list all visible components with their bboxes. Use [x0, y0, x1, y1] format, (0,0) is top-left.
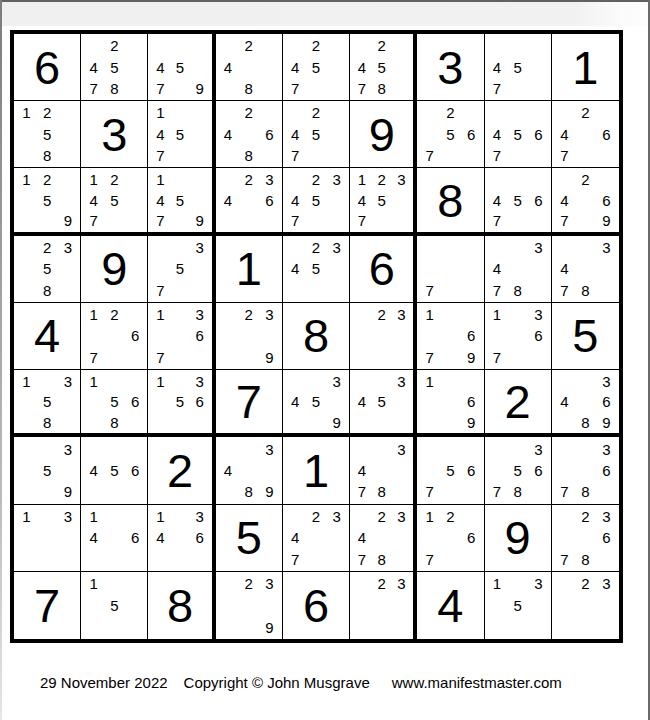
cell-r5c5[interactable]: 8 [283, 303, 350, 370]
candidate-digit: 5 [507, 56, 528, 77]
empty-candidate-slot [575, 237, 596, 258]
empty-candidate-slot [507, 237, 528, 258]
candidate-digit: 6 [190, 325, 210, 346]
candidate-digit: 7 [554, 481, 575, 502]
empty-candidate-slot [392, 412, 412, 432]
candidate-digit: 6 [528, 124, 549, 145]
candidate-digit: 7 [83, 78, 104, 99]
candidate-digit: 1 [419, 506, 440, 527]
candidate-grid: 23 [554, 573, 617, 638]
cell-r9c5[interactable]: 6 [283, 572, 350, 639]
empty-candidate-slot [218, 304, 239, 325]
candidate-digit: 3 [259, 169, 280, 189]
empty-candidate-slot [238, 460, 259, 481]
candidate-digit: 4 [285, 124, 306, 145]
empty-candidate-slot [554, 506, 575, 527]
candidate-grid: 239 [218, 573, 280, 638]
big-digit: 2 [505, 378, 531, 425]
candidate-digit: 4 [150, 190, 170, 210]
cell-r6c9[interactable]: 34689 [552, 370, 619, 437]
empty-candidate-slot [306, 210, 327, 230]
empty-candidate-slot [259, 35, 280, 56]
candidate-digit: 1 [83, 169, 104, 189]
empty-candidate-slot [372, 371, 392, 391]
candidate-digit: 8 [238, 78, 259, 99]
candidate-digit: 3 [392, 169, 412, 189]
empty-candidate-slot [104, 481, 125, 502]
empty-candidate-slot [259, 145, 280, 166]
candidate-grid: 23678 [554, 506, 617, 570]
cell-r2c6[interactable]: 9 [350, 101, 417, 168]
candidate-grid: 1267 [83, 304, 145, 368]
candidate-digit: 7 [352, 548, 372, 569]
empty-candidate-slot [507, 258, 528, 279]
empty-candidate-slot [487, 325, 508, 346]
candidate-digit: 9 [259, 347, 280, 368]
candidate-digit: 2 [372, 169, 392, 189]
cell-r3c7[interactable]: 8 [417, 168, 484, 235]
empty-candidate-slot [306, 78, 327, 99]
candidate-digit: 2 [238, 35, 259, 56]
candidate-digit: 6 [528, 460, 549, 481]
empty-candidate-slot [259, 460, 280, 481]
cell-r7c2[interactable]: 456 [81, 437, 148, 504]
empty-candidate-slot [461, 304, 482, 325]
empty-candidate-slot [238, 56, 259, 77]
empty-candidate-slot [285, 35, 306, 56]
empty-candidate-slot [575, 210, 596, 230]
candidate-digit: 6 [259, 190, 280, 210]
candidate-digit: 2 [238, 169, 259, 189]
candidate-digit: 5 [440, 124, 461, 145]
candidate-digit: 9 [461, 412, 482, 432]
cell-r5c4[interactable]: 239 [216, 303, 283, 370]
candidate-digit: 8 [372, 548, 392, 569]
cell-r9c7[interactable]: 4 [417, 572, 484, 639]
candidate-grid: 239 [218, 304, 280, 368]
cell-r5c9[interactable]: 5 [552, 303, 619, 370]
empty-candidate-slot [104, 527, 125, 548]
empty-candidate-slot [419, 412, 440, 432]
candidate-digit: 9 [259, 616, 280, 638]
empty-candidate-slot [218, 210, 239, 230]
cell-r8c3[interactable]: 1346 [148, 505, 215, 572]
candidate-digit: 7 [150, 279, 170, 300]
empty-candidate-slot [392, 548, 412, 569]
cell-r2c5[interactable]: 2457 [283, 101, 350, 168]
cell-r8c5[interactable]: 2347 [283, 505, 350, 572]
candidate-digit: 3 [190, 371, 210, 391]
candidate-digit: 5 [507, 595, 528, 617]
candidate-digit: 5 [37, 124, 58, 145]
cell-r6c6[interactable]: 345 [350, 370, 417, 437]
candidate-grid: 135 [487, 573, 549, 638]
candidate-digit: 5 [372, 392, 392, 412]
empty-candidate-slot [16, 460, 37, 481]
candidate-digit: 4 [218, 460, 239, 481]
candidate-grid: 4567 [487, 169, 549, 230]
candidate-digit: 4 [554, 392, 575, 412]
candidate-grid: 1457 [150, 102, 209, 166]
big-digit: 6 [303, 582, 329, 629]
candidate-grid: 1679 [419, 304, 481, 368]
cell-r2c9[interactable]: 2467 [552, 101, 619, 168]
candidate-digit: 1 [150, 371, 170, 391]
cell-r1c1[interactable]: 6 [14, 34, 81, 101]
candidate-digit: 3 [392, 506, 412, 527]
cell-r7c7[interactable]: 567 [417, 437, 484, 504]
candidate-digit: 4 [83, 460, 104, 481]
candidate-digit: 2 [104, 35, 125, 56]
cell-r1c8[interactable]: 457 [485, 34, 552, 101]
empty-candidate-slot [461, 506, 482, 527]
cell-r3c6[interactable]: 123457 [350, 168, 417, 235]
empty-candidate-slot [16, 548, 37, 569]
empty-candidate-slot [218, 78, 239, 99]
cell-r1c3[interactable]: 4579 [148, 34, 215, 101]
candidate-digit: 9 [596, 210, 617, 230]
cell-r8c9[interactable]: 23678 [552, 505, 619, 572]
cell-r2c2[interactable]: 3 [81, 101, 148, 168]
cell-r2c1[interactable]: 1258 [14, 101, 81, 168]
candidate-grid: 4567 [487, 102, 549, 166]
candidate-grid: 7 [419, 237, 481, 301]
empty-candidate-slot [16, 392, 37, 412]
candidate-grid: 2345 [285, 237, 347, 301]
cell-r4c6[interactable]: 6 [350, 236, 417, 303]
cell-r3c9[interactable]: 24679 [552, 168, 619, 235]
cell-r9c3[interactable]: 8 [148, 572, 215, 639]
empty-candidate-slot [392, 595, 412, 617]
cell-r3c4[interactable]: 2346 [216, 168, 283, 235]
empty-candidate-slot [125, 412, 146, 432]
cell-r1c5[interactable]: 2457 [283, 34, 350, 101]
empty-candidate-slot [528, 78, 549, 99]
big-digit: 9 [505, 514, 531, 561]
empty-candidate-slot [150, 258, 170, 279]
candidate-digit: 6 [596, 124, 617, 145]
cell-r8c6[interactable]: 23478 [350, 505, 417, 572]
cell-r5c6[interactable]: 23 [350, 303, 417, 370]
candidate-digit: 1 [352, 169, 372, 189]
cell-r2c8[interactable]: 4567 [485, 101, 552, 168]
candidate-grid: 2347 [285, 506, 347, 570]
candidate-grid: 169 [419, 371, 481, 432]
candidate-grid: 35678 [487, 438, 549, 502]
empty-candidate-slot [16, 237, 37, 258]
cell-r6c4[interactable]: 7 [216, 370, 283, 437]
candidate-digit: 2 [372, 506, 392, 527]
empty-candidate-slot [326, 527, 347, 548]
empty-candidate-slot [528, 258, 549, 279]
cell-r6c2[interactable]: 1568 [81, 370, 148, 437]
candidate-digit: 2 [104, 169, 125, 189]
candidate-digit: 3 [326, 237, 347, 258]
candidate-digit: 4 [352, 190, 372, 210]
empty-candidate-slot [326, 548, 347, 569]
cell-r1c4[interactable]: 248 [216, 34, 283, 101]
candidate-digit: 2 [306, 35, 327, 56]
empty-candidate-slot [440, 438, 461, 459]
cell-r4c7[interactable]: 7 [417, 236, 484, 303]
candidate-digit: 9 [326, 412, 347, 432]
empty-candidate-slot [306, 371, 327, 391]
empty-candidate-slot [57, 145, 78, 166]
cell-r3c8[interactable]: 4567 [485, 168, 552, 235]
empty-candidate-slot [104, 347, 125, 368]
big-digit: 5 [236, 514, 262, 561]
candidate-grid: 146 [83, 506, 145, 570]
cell-r7c8[interactable]: 35678 [485, 437, 552, 504]
candidate-digit: 5 [170, 56, 190, 77]
candidate-digit: 7 [554, 210, 575, 230]
empty-candidate-slot [37, 506, 58, 527]
candidate-digit: 2 [306, 169, 327, 189]
empty-candidate-slot [170, 548, 190, 569]
cell-r2c7[interactable]: 2567 [417, 101, 484, 168]
cell-r7c9[interactable]: 3678 [552, 437, 619, 504]
empty-candidate-slot [57, 102, 78, 123]
candidate-digit: 5 [104, 56, 125, 77]
empty-candidate-slot [352, 325, 372, 346]
empty-candidate-slot [57, 548, 78, 569]
empty-candidate-slot [170, 237, 190, 258]
candidate-digit: 6 [596, 392, 617, 412]
candidate-grid: 123457 [352, 169, 411, 230]
candidate-digit: 1 [419, 371, 440, 391]
cell-r3c5[interactable]: 23457 [283, 168, 350, 235]
cell-r3c3[interactable]: 14579 [148, 168, 215, 235]
empty-candidate-slot [326, 124, 347, 145]
empty-candidate-slot [306, 145, 327, 166]
cell-r2c3[interactable]: 1457 [148, 101, 215, 168]
cell-r4c1[interactable]: 2358 [14, 236, 81, 303]
cell-r7c3[interactable]: 2 [148, 437, 215, 504]
cell-r8c2[interactable]: 146 [81, 505, 148, 572]
candidate-grid: 1367 [487, 304, 549, 368]
cell-r5c2[interactable]: 1267 [81, 303, 148, 370]
candidate-digit: 9 [190, 210, 210, 230]
empty-candidate-slot [259, 210, 280, 230]
empty-candidate-slot [125, 304, 146, 325]
empty-candidate-slot [125, 347, 146, 368]
empty-candidate-slot [16, 258, 37, 279]
empty-candidate-slot [238, 616, 259, 638]
empty-candidate-slot [125, 371, 146, 391]
candidate-digit: 2 [372, 35, 392, 56]
empty-candidate-slot [125, 595, 146, 617]
cell-r3c1[interactable]: 1259 [14, 168, 81, 235]
empty-candidate-slot [507, 573, 528, 595]
candidate-digit: 4 [352, 460, 372, 481]
cell-r4c9[interactable]: 3478 [552, 236, 619, 303]
candidate-digit: 8 [37, 145, 58, 166]
empty-candidate-slot [419, 325, 440, 346]
candidate-digit: 1 [83, 573, 104, 595]
empty-candidate-slot [440, 325, 461, 346]
empty-candidate-slot [170, 506, 190, 527]
empty-candidate-slot [440, 347, 461, 368]
cell-r7c4[interactable]: 3489 [216, 437, 283, 504]
empty-candidate-slot [125, 506, 146, 527]
candidate-grid: 1568 [83, 371, 145, 432]
empty-candidate-slot [16, 527, 37, 548]
empty-candidate-slot [57, 258, 78, 279]
empty-candidate-slot [285, 102, 306, 123]
empty-candidate-slot [528, 145, 549, 166]
cell-r9c2[interactable]: 15 [81, 572, 148, 639]
cell-r8c8[interactable]: 9 [485, 505, 552, 572]
cell-r7c5[interactable]: 1 [283, 437, 350, 504]
empty-candidate-slot [238, 347, 259, 368]
cell-r7c1[interactable]: 359 [14, 437, 81, 504]
empty-candidate-slot [461, 481, 482, 502]
cell-r5c8[interactable]: 1367 [485, 303, 552, 370]
candidate-grid: 2567 [419, 102, 481, 166]
empty-candidate-slot [575, 527, 596, 548]
candidate-digit: 3 [596, 573, 617, 595]
cell-r9c1[interactable]: 7 [14, 572, 81, 639]
cell-r2c4[interactable]: 2468 [216, 101, 283, 168]
empty-candidate-slot [259, 595, 280, 617]
empty-candidate-slot [352, 347, 372, 368]
empty-candidate-slot [507, 78, 528, 99]
candidate-grid: 1259 [16, 169, 78, 230]
candidate-grid: 24679 [554, 169, 617, 230]
candidate-digit: 9 [190, 78, 210, 99]
cell-r9c4[interactable]: 239 [216, 572, 283, 639]
candidate-grid: 23457 [285, 169, 347, 230]
empty-candidate-slot [352, 304, 372, 325]
empty-candidate-slot [440, 481, 461, 502]
empty-candidate-slot [554, 438, 575, 459]
cell-r5c1[interactable]: 4 [14, 303, 81, 370]
cell-r9c9[interactable]: 23 [552, 572, 619, 639]
cell-r7c6[interactable]: 3478 [350, 437, 417, 504]
empty-candidate-slot [554, 169, 575, 189]
empty-candidate-slot [575, 438, 596, 459]
candidate-digit: 3 [259, 304, 280, 325]
candidate-digit: 7 [419, 279, 440, 300]
cell-r1c9[interactable]: 1 [552, 34, 619, 101]
candidate-digit: 3 [259, 573, 280, 595]
candidate-digit: 1 [150, 169, 170, 189]
candidate-digit: 1 [487, 304, 508, 325]
cell-r5c3[interactable]: 1367 [148, 303, 215, 370]
empty-candidate-slot [372, 595, 392, 617]
empty-candidate-slot [326, 145, 347, 166]
cell-r5c7[interactable]: 1679 [417, 303, 484, 370]
candidate-digit: 7 [150, 210, 170, 230]
candidate-digit: 6 [461, 527, 482, 548]
empty-candidate-slot [596, 616, 617, 638]
big-digit: 9 [101, 245, 127, 292]
candidate-digit: 7 [554, 145, 575, 166]
candidate-digit: 3 [57, 237, 78, 258]
empty-candidate-slot [306, 412, 327, 432]
cell-r3c2[interactable]: 12457 [81, 168, 148, 235]
big-digit: 8 [437, 177, 463, 224]
empty-candidate-slot [37, 438, 58, 459]
big-digit: 8 [167, 582, 193, 629]
empty-candidate-slot [57, 527, 78, 548]
cell-r9c6[interactable]: 23 [350, 572, 417, 639]
empty-candidate-slot [326, 279, 347, 300]
footer-website: www.manifestmaster.com [392, 674, 562, 691]
cell-r6c5[interactable]: 3459 [283, 370, 350, 437]
cell-r4c3[interactable]: 357 [148, 236, 215, 303]
candidate-digit: 5 [306, 392, 327, 412]
candidate-digit: 6 [596, 527, 617, 548]
cell-r4c5[interactable]: 2345 [283, 236, 350, 303]
empty-candidate-slot [419, 124, 440, 145]
empty-candidate-slot [190, 190, 210, 210]
candidate-digit: 5 [170, 392, 190, 412]
candidate-digit: 6 [125, 325, 146, 346]
empty-candidate-slot [440, 304, 461, 325]
empty-candidate-slot [596, 145, 617, 166]
candidate-digit: 5 [170, 190, 190, 210]
candidate-digit: 3 [326, 506, 347, 527]
candidate-digit: 7 [285, 145, 306, 166]
candidate-digit: 2 [372, 304, 392, 325]
cell-r1c2[interactable]: 24578 [81, 34, 148, 101]
candidate-grid: 3478 [487, 237, 549, 301]
empty-candidate-slot [596, 595, 617, 617]
empty-candidate-slot [461, 237, 482, 258]
cell-r4c4[interactable]: 1 [216, 236, 283, 303]
candidate-digit: 6 [461, 325, 482, 346]
empty-candidate-slot [487, 460, 508, 481]
empty-candidate-slot [352, 573, 372, 595]
candidate-digit: 3 [57, 438, 78, 459]
empty-candidate-slot [326, 392, 347, 412]
candidate-digit: 2 [575, 169, 596, 189]
big-digit: 4 [34, 312, 60, 359]
cell-r6c3[interactable]: 1356 [148, 370, 215, 437]
empty-candidate-slot [507, 304, 528, 325]
cell-r9c8[interactable]: 135 [485, 572, 552, 639]
candidate-digit: 9 [596, 412, 617, 432]
cell-r1c7[interactable]: 3 [417, 34, 484, 101]
cell-r8c4[interactable]: 5 [216, 505, 283, 572]
empty-candidate-slot [419, 460, 440, 481]
candidate-digit: 5 [306, 258, 327, 279]
candidate-digit: 1 [419, 304, 440, 325]
candidate-digit: 4 [83, 527, 104, 548]
cell-r8c1[interactable]: 13 [14, 505, 81, 572]
empty-candidate-slot [218, 325, 239, 346]
empty-candidate-slot [285, 237, 306, 258]
cell-r4c2[interactable]: 9 [81, 236, 148, 303]
candidate-grid: 3478 [352, 438, 411, 502]
cell-r1c6[interactable]: 24578 [350, 34, 417, 101]
candidate-digit: 1 [150, 304, 170, 325]
cell-r6c7[interactable]: 169 [417, 370, 484, 437]
cell-r8c7[interactable]: 1267 [417, 505, 484, 572]
empty-candidate-slot [83, 35, 104, 56]
empty-candidate-slot [104, 210, 125, 230]
cell-r4c8[interactable]: 3478 [485, 236, 552, 303]
empty-candidate-slot [575, 124, 596, 145]
empty-candidate-slot [16, 145, 37, 166]
candidate-digit: 6 [259, 124, 280, 145]
candidate-grid: 23 [352, 573, 411, 638]
cell-r6c1[interactable]: 1358 [14, 370, 81, 437]
candidate-digit: 7 [487, 347, 508, 368]
cell-r6c8[interactable]: 2 [485, 370, 552, 437]
empty-candidate-slot [461, 102, 482, 123]
